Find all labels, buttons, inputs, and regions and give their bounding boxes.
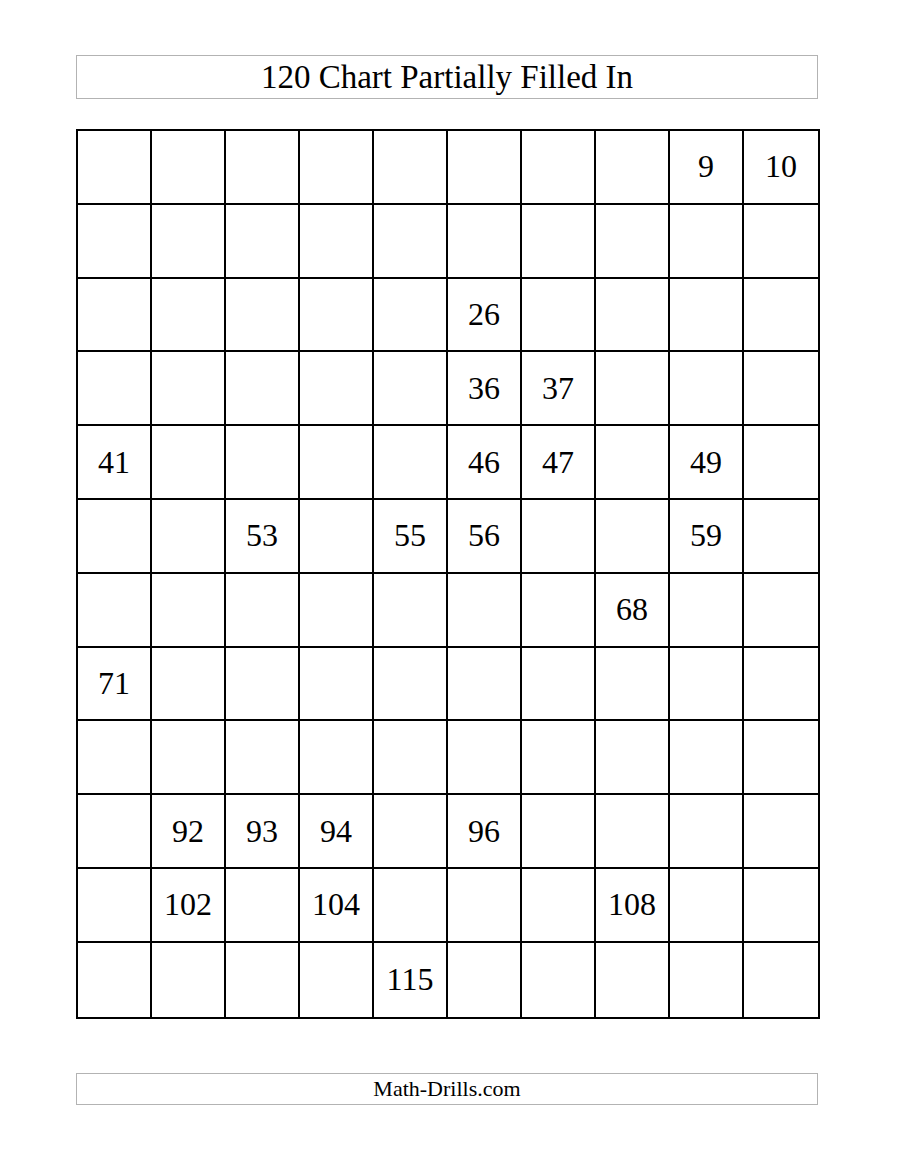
grid-cell-empty — [522, 279, 596, 353]
grid-cell-filled: 68 — [596, 574, 670, 648]
grid-cell-empty — [226, 721, 300, 795]
grid-cell-empty — [670, 648, 744, 722]
grid-cell-empty — [744, 205, 818, 279]
grid-cell-empty — [78, 131, 152, 205]
grid-cell-empty — [744, 869, 818, 943]
grid-cell-empty — [670, 795, 744, 869]
grid-cell-empty — [670, 279, 744, 353]
grid-cell-filled: 108 — [596, 869, 670, 943]
grid-cell-empty — [448, 648, 522, 722]
grid-cell-empty — [744, 500, 818, 574]
grid-cell-empty — [226, 131, 300, 205]
grid-cell-filled: 94 — [300, 795, 374, 869]
grid-cell-empty — [300, 648, 374, 722]
grid-cell-empty — [596, 795, 670, 869]
grid-cell-empty — [78, 795, 152, 869]
grid-cell-empty — [670, 869, 744, 943]
grid-cell-filled: 115 — [374, 943, 448, 1017]
footer-box: Math-Drills.com — [76, 1073, 818, 1105]
grid-cell-empty — [522, 574, 596, 648]
grid-cell-empty — [374, 648, 448, 722]
grid-cell-empty — [152, 721, 226, 795]
grid-cell-empty — [448, 943, 522, 1017]
worksheet-page: 120 Chart Partially Filled In 9102636374… — [0, 0, 900, 1165]
grid-cell-empty — [300, 574, 374, 648]
grid-cell-filled: 49 — [670, 426, 744, 500]
grid-cell-empty — [596, 131, 670, 205]
grid-cell-filled: 9 — [670, 131, 744, 205]
grid-cell-empty — [226, 869, 300, 943]
grid-cell-empty — [226, 426, 300, 500]
grid-cell-empty — [78, 500, 152, 574]
grid-cell-empty — [226, 943, 300, 1017]
grid-cell-empty — [374, 721, 448, 795]
grid-cell-filled: 71 — [78, 648, 152, 722]
grid-cell-empty — [744, 721, 818, 795]
grid-cell-empty — [374, 279, 448, 353]
grid-cell-empty — [522, 869, 596, 943]
grid-cell-empty — [152, 352, 226, 426]
grid-cell-empty — [78, 721, 152, 795]
grid-cell-empty — [670, 574, 744, 648]
grid-cell-empty — [374, 131, 448, 205]
grid-cell-empty — [152, 500, 226, 574]
grid-cell-filled: 47 — [522, 426, 596, 500]
grid-cell-empty — [78, 279, 152, 353]
grid-cell-empty — [300, 131, 374, 205]
grid-cell-empty — [744, 426, 818, 500]
grid-cell-empty — [300, 426, 374, 500]
grid-cell-empty — [300, 500, 374, 574]
grid-cell-empty — [152, 943, 226, 1017]
grid-cell-filled: 26 — [448, 279, 522, 353]
grid-cell-empty — [448, 869, 522, 943]
grid-cell-empty — [226, 352, 300, 426]
grid-cell-empty — [374, 795, 448, 869]
grid-cell-empty — [78, 943, 152, 1017]
grid-cell-empty — [596, 352, 670, 426]
grid-cell-empty — [744, 943, 818, 1017]
grid-cell-empty — [374, 574, 448, 648]
grid-cell-empty — [596, 279, 670, 353]
grid-cell-empty — [596, 500, 670, 574]
grid-cell-empty — [152, 574, 226, 648]
grid-cell-empty — [596, 721, 670, 795]
grid-cell-empty — [152, 205, 226, 279]
grid-cell-empty — [522, 721, 596, 795]
grid-cell-empty — [522, 943, 596, 1017]
grid-cell-empty — [744, 352, 818, 426]
grid-cell-empty — [374, 352, 448, 426]
grid-cell-empty — [596, 205, 670, 279]
grid-cell-empty — [596, 943, 670, 1017]
grid-cell-empty — [152, 426, 226, 500]
grid-cell-empty — [670, 352, 744, 426]
grid-cell-empty — [744, 795, 818, 869]
grid-cell-empty — [226, 205, 300, 279]
grid-cell-empty — [374, 426, 448, 500]
grid-cell-empty — [744, 574, 818, 648]
grid-cell-empty — [226, 574, 300, 648]
grid-cell-empty — [522, 795, 596, 869]
grid-cell-empty — [300, 279, 374, 353]
grid-cell-empty — [448, 131, 522, 205]
grid-cell-empty — [374, 869, 448, 943]
grid-cell-empty — [374, 205, 448, 279]
grid-cell-filled: 37 — [522, 352, 596, 426]
grid-cell-empty — [448, 574, 522, 648]
grid-cell-empty — [448, 205, 522, 279]
grid-cell-empty — [78, 869, 152, 943]
worksheet-title: 120 Chart Partially Filled In — [261, 59, 633, 96]
grid-cell-empty — [300, 943, 374, 1017]
grid-cell-empty — [522, 648, 596, 722]
grid-cell-filled: 41 — [78, 426, 152, 500]
grid-cell-filled: 53 — [226, 500, 300, 574]
grid-cell-filled: 92 — [152, 795, 226, 869]
grid-cell-filled: 36 — [448, 352, 522, 426]
grid-cell-filled: 46 — [448, 426, 522, 500]
grid-cell-filled: 59 — [670, 500, 744, 574]
grid-cell-empty — [522, 500, 596, 574]
grid-cell-empty — [78, 574, 152, 648]
grid-cell-empty — [522, 131, 596, 205]
grid-cell-empty — [448, 721, 522, 795]
grid-cell-filled: 10 — [744, 131, 818, 205]
footer-source-label: Math-Drills.com — [373, 1076, 520, 1102]
grid-cell-empty — [152, 648, 226, 722]
grid-cell-empty — [152, 279, 226, 353]
grid-cell-empty — [300, 205, 374, 279]
grid-cell-empty — [744, 279, 818, 353]
grid-cell-empty — [596, 426, 670, 500]
grid-cell-filled: 93 — [226, 795, 300, 869]
grid-cell-empty — [596, 648, 670, 722]
grid-cell-filled: 56 — [448, 500, 522, 574]
grid-cell-empty — [670, 205, 744, 279]
grid-cell-empty — [78, 205, 152, 279]
grid-cell-empty — [152, 131, 226, 205]
worksheet-title-box: 120 Chart Partially Filled In — [76, 55, 818, 99]
grid-cell-filled: 104 — [300, 869, 374, 943]
number-grid: 9102636374146474953555659687192939496102… — [76, 129, 820, 1019]
grid-cell-filled: 102 — [152, 869, 226, 943]
grid-cell-empty — [670, 943, 744, 1017]
grid-cell-empty — [670, 721, 744, 795]
grid-cell-filled: 96 — [448, 795, 522, 869]
grid-cell-empty — [78, 352, 152, 426]
grid-cell-empty — [226, 648, 300, 722]
grid-cell-filled: 55 — [374, 500, 448, 574]
grid-cell-empty — [226, 279, 300, 353]
grid-cell-empty — [744, 648, 818, 722]
grid-cell-empty — [300, 721, 374, 795]
grid-cell-empty — [300, 352, 374, 426]
grid-cell-empty — [522, 205, 596, 279]
